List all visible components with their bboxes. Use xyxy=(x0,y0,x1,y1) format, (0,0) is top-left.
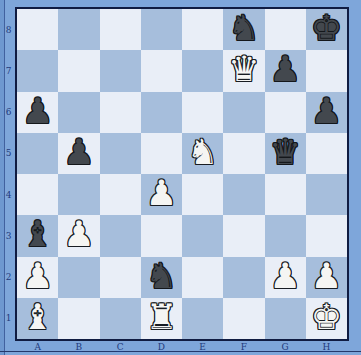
square-h6[interactable]: ♟ xyxy=(306,92,347,133)
file-label-b: B xyxy=(58,341,99,353)
black-bishop-a3[interactable]: ♝ xyxy=(22,217,53,252)
square-d1[interactable]: ♜ xyxy=(141,298,182,339)
square-b8[interactable] xyxy=(58,9,99,50)
square-d8[interactable] xyxy=(141,9,182,50)
square-e4[interactable] xyxy=(182,174,223,215)
square-c6[interactable] xyxy=(100,92,141,133)
file-label-e: E xyxy=(182,341,223,353)
black-pawn-h6[interactable]: ♟ xyxy=(311,94,342,129)
black-pawn-g7[interactable]: ♟ xyxy=(269,52,300,87)
white-pawn-b3[interactable]: ♟ xyxy=(63,217,94,252)
white-bishop-a1[interactable]: ♝ xyxy=(22,300,53,335)
square-g8[interactable] xyxy=(265,9,306,50)
square-a4[interactable] xyxy=(17,174,58,215)
rank-label-2: 2 xyxy=(2,257,15,298)
square-a3[interactable]: ♝ xyxy=(17,215,58,256)
square-e3[interactable] xyxy=(182,215,223,256)
square-d6[interactable] xyxy=(141,92,182,133)
file-label-f: F xyxy=(223,341,264,353)
rank-labels: 87654321 xyxy=(2,9,15,339)
square-d3[interactable] xyxy=(141,215,182,256)
square-f7[interactable]: ♛ xyxy=(223,50,264,91)
white-rook-d1[interactable]: ♜ xyxy=(146,300,177,335)
file-label-d: D xyxy=(141,341,182,353)
white-pawn-h2[interactable]: ♟ xyxy=(311,259,342,294)
rank-label-3: 3 xyxy=(2,215,15,256)
square-c4[interactable] xyxy=(100,174,141,215)
white-pawn-g2[interactable]: ♟ xyxy=(269,259,300,294)
chess-board: ♞♚♛♟♟♟♟♞♛♟♝♟♟♞♟♟♝♜♚ xyxy=(15,7,349,341)
black-pawn-a6[interactable]: ♟ xyxy=(22,94,53,129)
square-b1[interactable] xyxy=(58,298,99,339)
square-f8[interactable]: ♞ xyxy=(223,9,264,50)
square-h7[interactable] xyxy=(306,50,347,91)
rank-label-4: 4 xyxy=(2,174,15,215)
white-queen-f7[interactable]: ♛ xyxy=(228,52,259,87)
square-b3[interactable]: ♟ xyxy=(58,215,99,256)
square-g2[interactable]: ♟ xyxy=(265,257,306,298)
square-a6[interactable]: ♟ xyxy=(17,92,58,133)
square-f6[interactable] xyxy=(223,92,264,133)
square-b5[interactable]: ♟ xyxy=(58,133,99,174)
square-f4[interactable] xyxy=(223,174,264,215)
square-a8[interactable] xyxy=(17,9,58,50)
square-h1[interactable]: ♚ xyxy=(306,298,347,339)
rank-label-8: 8 xyxy=(2,9,15,50)
square-a1[interactable]: ♝ xyxy=(17,298,58,339)
file-label-g: G xyxy=(265,341,306,353)
square-b4[interactable] xyxy=(58,174,99,215)
square-b6[interactable] xyxy=(58,92,99,133)
square-h5[interactable] xyxy=(306,133,347,174)
square-h2[interactable]: ♟ xyxy=(306,257,347,298)
rank-label-7: 7 xyxy=(2,50,15,91)
square-e6[interactable] xyxy=(182,92,223,133)
white-pawn-a2[interactable]: ♟ xyxy=(22,259,53,294)
square-h8[interactable]: ♚ xyxy=(306,9,347,50)
square-c8[interactable] xyxy=(100,9,141,50)
square-a5[interactable] xyxy=(17,133,58,174)
square-b2[interactable] xyxy=(58,257,99,298)
square-g6[interactable] xyxy=(265,92,306,133)
square-g4[interactable] xyxy=(265,174,306,215)
square-c3[interactable] xyxy=(100,215,141,256)
black-king-h8[interactable]: ♚ xyxy=(311,11,342,46)
board-grid: ♞♚♛♟♟♟♟♞♛♟♝♟♟♞♟♟♝♜♚ xyxy=(17,9,347,339)
square-b7[interactable] xyxy=(58,50,99,91)
square-e2[interactable] xyxy=(182,257,223,298)
square-a7[interactable] xyxy=(17,50,58,91)
white-knight-e5[interactable]: ♞ xyxy=(187,135,218,170)
square-e7[interactable] xyxy=(182,50,223,91)
square-g1[interactable] xyxy=(265,298,306,339)
square-c2[interactable] xyxy=(100,257,141,298)
square-h4[interactable] xyxy=(306,174,347,215)
square-e5[interactable]: ♞ xyxy=(182,133,223,174)
square-f5[interactable] xyxy=(223,133,264,174)
file-label-a: A xyxy=(17,341,58,353)
square-h3[interactable] xyxy=(306,215,347,256)
black-knight-f8[interactable]: ♞ xyxy=(228,11,259,46)
black-knight-d2[interactable]: ♞ xyxy=(146,259,177,294)
square-c1[interactable] xyxy=(100,298,141,339)
square-f1[interactable] xyxy=(223,298,264,339)
square-d7[interactable] xyxy=(141,50,182,91)
white-king-h1[interactable]: ♚ xyxy=(311,300,342,335)
black-pawn-b5[interactable]: ♟ xyxy=(63,135,94,170)
square-e1[interactable] xyxy=(182,298,223,339)
file-label-h: H xyxy=(306,341,347,353)
square-d4[interactable]: ♟ xyxy=(141,174,182,215)
square-f2[interactable] xyxy=(223,257,264,298)
rank-label-1: 1 xyxy=(2,298,15,339)
square-g7[interactable]: ♟ xyxy=(265,50,306,91)
square-c7[interactable] xyxy=(100,50,141,91)
square-f3[interactable] xyxy=(223,215,264,256)
white-pawn-d4[interactable]: ♟ xyxy=(146,176,177,211)
square-g3[interactable] xyxy=(265,215,306,256)
square-d2[interactable]: ♞ xyxy=(141,257,182,298)
square-c5[interactable] xyxy=(100,133,141,174)
square-a2[interactable]: ♟ xyxy=(17,257,58,298)
rank-label-6: 6 xyxy=(2,92,15,133)
file-label-c: C xyxy=(100,341,141,353)
square-g5[interactable]: ♛ xyxy=(265,133,306,174)
square-d5[interactable] xyxy=(141,133,182,174)
black-queen-g5[interactable]: ♛ xyxy=(269,135,300,170)
file-labels: ABCDEFGH xyxy=(17,341,347,353)
square-e8[interactable] xyxy=(182,9,223,50)
rank-label-5: 5 xyxy=(2,133,15,174)
